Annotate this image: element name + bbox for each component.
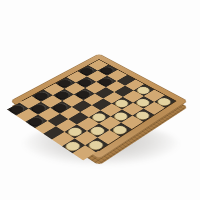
product-photo-scene: ●●●●●●●●●●●●●●●●●●●●●●●● — [0, 0, 200, 200]
